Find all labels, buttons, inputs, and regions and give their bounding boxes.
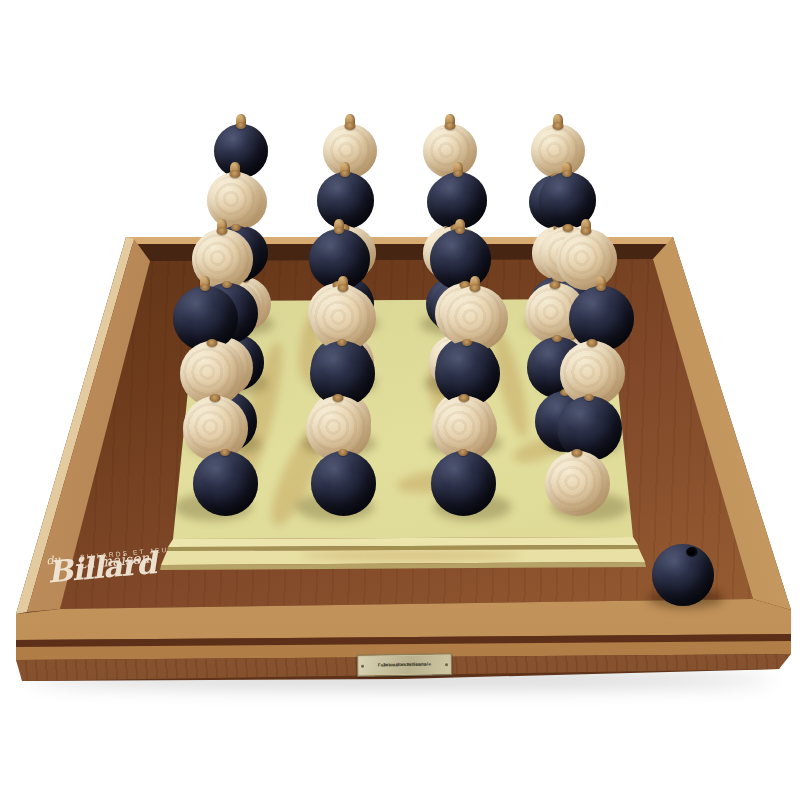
ball-black[interactable] xyxy=(317,172,374,229)
peg-hole-icon xyxy=(572,449,583,457)
ball-natural[interactable] xyxy=(207,172,264,229)
platform-stain xyxy=(300,551,520,560)
ball-natural[interactable] xyxy=(323,124,377,178)
peg-hole-icon xyxy=(236,122,246,129)
peg-hole-icon xyxy=(458,449,468,456)
peg-hole-icon xyxy=(340,170,350,177)
peg-hole-icon xyxy=(455,227,465,234)
peg-hole-icon xyxy=(587,339,598,347)
ball-black[interactable] xyxy=(431,451,496,516)
peg-hole-icon xyxy=(584,394,594,401)
peg-hole-icon xyxy=(596,284,606,291)
peg-hole-icon xyxy=(581,227,592,235)
ball-hole-icon xyxy=(686,547,698,557)
peg-hole-icon xyxy=(200,284,210,291)
peg-hole-icon xyxy=(222,281,232,288)
peg-hole-icon xyxy=(553,122,564,130)
peg-hole-icon xyxy=(470,284,481,292)
ball-black[interactable] xyxy=(569,286,634,351)
ball-natural[interactable] xyxy=(183,396,248,461)
peg-hole-icon xyxy=(231,224,241,231)
peg-hole-icon xyxy=(453,170,463,177)
peg-hole-icon xyxy=(562,170,572,177)
peg-hole-icon xyxy=(563,224,574,232)
loose-ball-black[interactable] xyxy=(652,544,714,606)
ball-natural[interactable] xyxy=(545,451,610,516)
peg-hole-icon xyxy=(210,394,221,402)
ball-natural[interactable] xyxy=(423,124,477,178)
ball-black[interactable] xyxy=(557,396,622,461)
ball-black[interactable] xyxy=(214,124,268,178)
ball-black[interactable] xyxy=(193,451,258,516)
peg-hole-icon xyxy=(459,394,470,402)
peg-hole-icon xyxy=(230,170,241,178)
peg-hole-icon xyxy=(338,284,349,292)
peg-hole-icon xyxy=(334,227,344,234)
scene-3d-connect-four: La maison du Billard BILLARDS ET JEUX Je… xyxy=(0,0,800,800)
plaque-screw-icon xyxy=(445,663,448,666)
peg-hole-icon xyxy=(550,281,561,289)
peg-hole-icon xyxy=(207,339,218,347)
maker-plaque: Jeux d'extérieurs Fabrication Artisanale… xyxy=(357,653,452,677)
peg-hole-icon xyxy=(337,339,347,346)
peg-hole-icon xyxy=(217,227,228,235)
peg-hole-icon xyxy=(345,122,356,130)
plaque-line3: ·· ·· ·· ·· ·· xyxy=(386,662,422,669)
ball-natural[interactable] xyxy=(443,286,508,351)
ball-natural[interactable] xyxy=(556,229,617,290)
ball-natural[interactable] xyxy=(531,124,585,178)
peg-hole-icon xyxy=(552,335,562,342)
peg-hole-icon xyxy=(338,449,348,456)
peg-hole-icon xyxy=(333,394,344,402)
ball-black[interactable] xyxy=(430,229,491,290)
peg-hole-icon xyxy=(220,449,230,456)
peg-hole-icon xyxy=(445,122,456,130)
peg-hole-icon xyxy=(462,339,472,346)
plaque-screw-icon xyxy=(361,665,364,668)
ball-black[interactable] xyxy=(311,451,376,516)
